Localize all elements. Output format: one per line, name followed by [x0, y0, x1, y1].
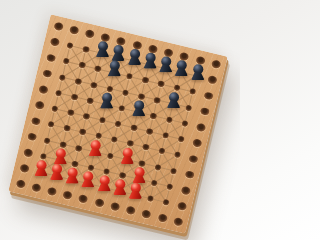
board-hole[interactable] [146, 195, 154, 202]
ring-hole [94, 198, 105, 207]
peg-base [81, 180, 94, 188]
black-peg[interactable] [100, 93, 113, 109]
peg-base [100, 101, 113, 109]
black-peg[interactable] [143, 53, 156, 69]
board-hole[interactable] [79, 129, 87, 136]
peg-base [133, 175, 146, 183]
peg-base [66, 176, 79, 184]
red-peg[interactable] [34, 160, 47, 176]
ring-hole [31, 183, 42, 192]
ring-hole [195, 122, 206, 131]
ring-hole [38, 85, 49, 94]
black-peg[interactable] [191, 64, 204, 80]
board-hole[interactable] [110, 136, 118, 143]
peg-base [50, 172, 63, 180]
peg-base [54, 156, 67, 164]
peg-base [175, 68, 188, 76]
board-hole[interactable] [158, 148, 166, 155]
board-hole[interactable] [165, 116, 173, 123]
ring-hole [19, 164, 30, 173]
board-hole[interactable] [153, 96, 161, 103]
black-peg[interactable] [112, 45, 125, 61]
board-hole[interactable] [51, 105, 59, 112]
board-hole[interactable] [138, 93, 146, 100]
peg-base [143, 61, 156, 69]
board-hole[interactable] [150, 112, 158, 119]
board-hole[interactable] [119, 172, 127, 179]
black-peg[interactable] [128, 49, 141, 65]
board-hole[interactable] [107, 152, 115, 159]
board-hole[interactable] [146, 128, 154, 135]
ring-hole [49, 37, 60, 46]
red-peg[interactable] [81, 172, 94, 188]
board-hole[interactable] [173, 84, 181, 91]
halma-board [8, 14, 227, 233]
ring-hole [192, 138, 203, 147]
board-hole[interactable] [67, 109, 75, 116]
peg-base [89, 148, 102, 156]
ring-hole [53, 22, 64, 31]
black-peg[interactable] [159, 56, 172, 72]
board-hole[interactable] [157, 81, 165, 88]
board-hole[interactable] [122, 89, 130, 96]
ring-hole [84, 29, 95, 38]
board-hole[interactable] [90, 81, 98, 88]
black-peg[interactable] [96, 41, 109, 57]
ring-hole [125, 206, 136, 215]
board-hole[interactable] [185, 104, 193, 111]
ring-hole [180, 186, 191, 195]
red-peg[interactable] [66, 168, 79, 184]
peg-base [132, 108, 145, 116]
red-peg[interactable] [129, 183, 142, 199]
ring-hole [199, 107, 210, 116]
board-hole[interactable] [150, 179, 158, 186]
ring-hole [110, 202, 121, 211]
board-hole[interactable] [94, 65, 102, 72]
peg-base [108, 69, 121, 77]
black-peg[interactable] [167, 92, 180, 108]
ring-hole [203, 91, 214, 100]
board-hole[interactable] [82, 46, 90, 53]
board-hole[interactable] [181, 120, 189, 127]
board-hole[interactable] [142, 144, 150, 151]
ring-hole [42, 69, 53, 78]
ring-hole [207, 75, 218, 84]
ring-hole [157, 213, 168, 222]
board-hole[interactable] [40, 153, 48, 160]
board-hole[interactable] [98, 117, 106, 124]
board-hole[interactable] [154, 163, 162, 170]
board-hole[interactable] [47, 121, 55, 128]
ring-hole [26, 132, 37, 141]
board-hole[interactable] [62, 58, 70, 65]
board-hole[interactable] [74, 77, 82, 84]
red-peg[interactable] [89, 140, 102, 156]
board-hole[interactable] [83, 113, 91, 120]
board-hole[interactable] [138, 160, 146, 167]
peg-head [122, 148, 132, 158]
board-hole[interactable] [55, 89, 63, 96]
board-hole[interactable] [87, 164, 95, 171]
ring-hole [188, 154, 199, 163]
board-hole[interactable] [59, 141, 67, 148]
peg-base [191, 72, 204, 80]
ring-hole [210, 59, 221, 68]
peg-base [96, 49, 109, 57]
board-hole[interactable] [130, 124, 138, 131]
board-hole[interactable] [86, 97, 94, 104]
red-peg[interactable] [97, 175, 110, 191]
board-hole[interactable] [189, 88, 197, 95]
peg-base [113, 187, 126, 195]
board-hole[interactable] [63, 125, 71, 132]
ring-hole [45, 53, 56, 62]
red-peg[interactable] [133, 167, 146, 183]
board-hole[interactable] [66, 42, 74, 49]
board-hole[interactable] [174, 151, 182, 158]
board-hole[interactable] [166, 183, 174, 190]
ring-hole [23, 148, 34, 157]
board-hole[interactable] [126, 140, 134, 147]
peg-base [121, 156, 134, 164]
board-hole[interactable] [106, 85, 114, 92]
ring-hole [30, 116, 41, 125]
black-peg[interactable] [132, 100, 145, 116]
board-hole[interactable] [162, 132, 170, 139]
board-hole[interactable] [75, 144, 83, 151]
red-peg[interactable] [54, 148, 67, 164]
ring-hole [78, 194, 89, 203]
board-hole[interactable] [162, 199, 170, 206]
board-hole[interactable] [114, 120, 122, 127]
board-hole[interactable] [59, 74, 67, 81]
black-peg[interactable] [175, 60, 188, 76]
ring-hole [173, 217, 184, 226]
red-peg[interactable] [121, 148, 134, 164]
board-hole[interactable] [118, 105, 126, 112]
board-hole[interactable] [71, 93, 79, 100]
peg-base [129, 191, 142, 199]
peg-base [97, 183, 110, 191]
red-peg[interactable] [50, 164, 63, 180]
ring-hole [15, 179, 26, 188]
board-hole[interactable] [177, 135, 185, 142]
ring-hole [184, 170, 195, 179]
black-peg[interactable] [108, 61, 121, 77]
board-hole[interactable] [78, 62, 86, 69]
peg-base [167, 100, 180, 108]
board-hole[interactable] [103, 168, 111, 175]
ring-hole [62, 190, 73, 199]
peg-base [34, 168, 47, 176]
board-hole[interactable] [95, 132, 103, 139]
board-hole[interactable] [43, 137, 51, 144]
ring-hole [68, 25, 79, 34]
ring-hole [34, 100, 45, 109]
board-hole[interactable] [126, 73, 134, 80]
ring-hole [141, 209, 152, 218]
ring-hole [176, 201, 187, 210]
peg-base [128, 57, 141, 65]
peg-base [159, 64, 172, 72]
ring-hole [46, 187, 57, 196]
red-peg[interactable] [113, 179, 126, 195]
board-hole[interactable] [141, 77, 149, 84]
board-hole[interactable] [71, 160, 79, 167]
board-hole[interactable] [170, 167, 178, 174]
